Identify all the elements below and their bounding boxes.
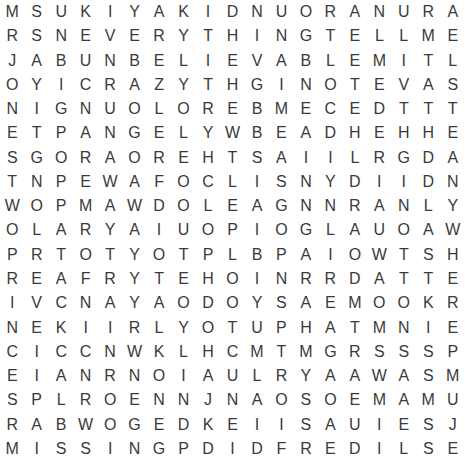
grid-cell[interactable]: T bbox=[220, 315, 244, 339]
grid-cell[interactable]: D bbox=[196, 291, 220, 315]
grid-cell[interactable]: Y bbox=[171, 24, 195, 48]
grid-cell[interactable]: A bbox=[294, 121, 318, 145]
grid-cell[interactable]: I bbox=[245, 24, 269, 48]
grid-cell[interactable]: A bbox=[343, 218, 367, 242]
grid-cell[interactable]: O bbox=[147, 364, 171, 388]
grid-cell[interactable]: A bbox=[245, 194, 269, 218]
grid-cell[interactable]: G bbox=[294, 218, 318, 242]
grid-cell[interactable]: G bbox=[122, 412, 146, 436]
grid-cell[interactable]: O bbox=[122, 97, 146, 121]
grid-cell[interactable]: N bbox=[0, 315, 24, 339]
grid-cell[interactable]: C bbox=[220, 340, 244, 364]
grid-cell[interactable]: A bbox=[416, 73, 440, 97]
grid-cell[interactable]: U bbox=[98, 97, 122, 121]
grid-cell[interactable]: N bbox=[220, 388, 244, 412]
grid-cell[interactable]: W bbox=[367, 243, 391, 267]
grid-cell[interactable]: A bbox=[367, 267, 391, 291]
grid-cell[interactable]: O bbox=[171, 97, 195, 121]
grid-cell[interactable]: I bbox=[269, 412, 293, 436]
grid-cell[interactable]: D bbox=[147, 194, 171, 218]
grid-cell[interactable]: D bbox=[416, 146, 440, 170]
grid-cell[interactable]: E bbox=[24, 315, 48, 339]
grid-cell[interactable]: S bbox=[73, 437, 97, 461]
grid-cell[interactable]: I bbox=[245, 170, 269, 194]
grid-cell[interactable]: B bbox=[245, 121, 269, 145]
grid-cell[interactable]: E bbox=[24, 267, 48, 291]
grid-cell[interactable]: L bbox=[171, 121, 195, 145]
grid-cell[interactable]: L bbox=[49, 388, 73, 412]
grid-cell[interactable]: E bbox=[220, 412, 244, 436]
grid-cell[interactable]: D bbox=[343, 170, 367, 194]
grid-cell[interactable]: S bbox=[245, 146, 269, 170]
grid-cell[interactable]: Y bbox=[122, 243, 146, 267]
grid-cell[interactable]: E bbox=[441, 24, 465, 48]
grid-cell[interactable]: P bbox=[196, 243, 220, 267]
grid-cell[interactable]: R bbox=[0, 267, 24, 291]
grid-cell[interactable]: N bbox=[98, 49, 122, 73]
grid-cell[interactable]: A bbox=[392, 388, 416, 412]
grid-cell[interactable]: K bbox=[73, 0, 97, 24]
grid-cell[interactable]: I bbox=[0, 291, 24, 315]
grid-cell[interactable]: T bbox=[416, 267, 440, 291]
grid-cell[interactable]: H bbox=[196, 340, 220, 364]
grid-cell[interactable]: B bbox=[245, 243, 269, 267]
grid-cell[interactable]: O bbox=[0, 218, 24, 242]
grid-cell[interactable]: I bbox=[98, 0, 122, 24]
grid-cell[interactable]: I bbox=[196, 0, 220, 24]
grid-cell[interactable]: N bbox=[294, 194, 318, 218]
grid-cell[interactable]: W bbox=[367, 364, 391, 388]
grid-cell[interactable]: N bbox=[441, 170, 465, 194]
grid-cell[interactable]: I bbox=[245, 412, 269, 436]
grid-cell[interactable]: Z bbox=[147, 73, 171, 97]
grid-cell[interactable]: R bbox=[269, 364, 293, 388]
grid-cell[interactable]: E bbox=[343, 388, 367, 412]
grid-cell[interactable]: N bbox=[245, 0, 269, 24]
grid-cell[interactable]: S bbox=[416, 437, 440, 461]
grid-cell[interactable]: T bbox=[0, 170, 24, 194]
grid-cell[interactable]: W bbox=[98, 170, 122, 194]
grid-cell[interactable]: E bbox=[367, 73, 391, 97]
grid-cell[interactable]: T bbox=[196, 73, 220, 97]
grid-cell[interactable]: N bbox=[73, 291, 97, 315]
grid-cell[interactable]: G bbox=[245, 73, 269, 97]
grid-cell[interactable]: R bbox=[367, 146, 391, 170]
grid-cell[interactable]: L bbox=[245, 364, 269, 388]
grid-cell[interactable]: B bbox=[245, 97, 269, 121]
grid-cell[interactable]: I bbox=[245, 218, 269, 242]
grid-cell[interactable]: L bbox=[24, 218, 48, 242]
grid-cell[interactable]: G bbox=[24, 146, 48, 170]
grid-cell[interactable]: T bbox=[343, 315, 367, 339]
grid-cell[interactable]: E bbox=[171, 267, 195, 291]
grid-cell[interactable]: N bbox=[49, 24, 73, 48]
grid-cell[interactable]: E bbox=[147, 49, 171, 73]
grid-cell[interactable]: Y bbox=[171, 73, 195, 97]
grid-cell[interactable]: W bbox=[122, 340, 146, 364]
grid-cell[interactable]: I bbox=[392, 170, 416, 194]
grid-cell[interactable]: H bbox=[220, 73, 244, 97]
grid-cell[interactable]: E bbox=[318, 291, 342, 315]
grid-cell[interactable]: N bbox=[73, 364, 97, 388]
grid-cell[interactable]: E bbox=[343, 97, 367, 121]
grid-cell[interactable]: R bbox=[98, 364, 122, 388]
grid-cell[interactable]: N bbox=[24, 170, 48, 194]
grid-cell[interactable]: O bbox=[49, 146, 73, 170]
grid-cell[interactable]: E bbox=[220, 97, 244, 121]
grid-cell[interactable]: Y bbox=[318, 170, 342, 194]
grid-cell[interactable]: T bbox=[220, 146, 244, 170]
grid-cell[interactable]: A bbox=[24, 412, 48, 436]
grid-cell[interactable]: I bbox=[171, 364, 195, 388]
grid-cell[interactable]: U bbox=[245, 315, 269, 339]
grid-cell[interactable]: V bbox=[392, 73, 416, 97]
grid-cell[interactable]: L bbox=[147, 97, 171, 121]
grid-cell[interactable]: T bbox=[392, 243, 416, 267]
grid-cell[interactable]: A bbox=[294, 243, 318, 267]
grid-cell[interactable]: C bbox=[49, 340, 73, 364]
grid-cell[interactable]: P bbox=[24, 388, 48, 412]
grid-cell[interactable]: O bbox=[318, 388, 342, 412]
grid-cell[interactable]: R bbox=[24, 243, 48, 267]
grid-cell[interactable]: R bbox=[318, 0, 342, 24]
grid-cell[interactable]: G bbox=[269, 194, 293, 218]
grid-cell[interactable]: O bbox=[196, 218, 220, 242]
grid-cell[interactable]: J bbox=[0, 49, 24, 73]
grid-cell[interactable]: L bbox=[392, 437, 416, 461]
grid-cell[interactable]: A bbox=[98, 146, 122, 170]
grid-cell[interactable]: G bbox=[49, 97, 73, 121]
grid-cell[interactable]: E bbox=[73, 24, 97, 48]
grid-cell[interactable]: E bbox=[318, 437, 342, 461]
grid-cell[interactable]: R bbox=[147, 24, 171, 48]
grid-cell[interactable]: E bbox=[220, 194, 244, 218]
grid-cell[interactable]: M bbox=[441, 364, 465, 388]
grid-cell[interactable]: D bbox=[343, 437, 367, 461]
grid-cell[interactable]: O bbox=[220, 291, 244, 315]
grid-cell[interactable]: W bbox=[0, 194, 24, 218]
grid-cell[interactable]: E bbox=[343, 24, 367, 48]
grid-cell[interactable]: P bbox=[220, 218, 244, 242]
grid-cell[interactable]: P bbox=[49, 194, 73, 218]
grid-cell[interactable]: R bbox=[73, 146, 97, 170]
grid-cell[interactable]: A bbox=[122, 170, 146, 194]
grid-cell[interactable]: R bbox=[73, 388, 97, 412]
grid-cell[interactable]: Y bbox=[441, 194, 465, 218]
grid-cell[interactable]: K bbox=[171, 0, 195, 24]
grid-cell[interactable]: N bbox=[122, 364, 146, 388]
grid-cell[interactable]: N bbox=[269, 24, 293, 48]
grid-cell[interactable]: R bbox=[343, 340, 367, 364]
grid-cell[interactable]: M bbox=[73, 194, 97, 218]
grid-cell[interactable]: B bbox=[294, 49, 318, 73]
grid-cell[interactable]: K bbox=[416, 291, 440, 315]
grid-cell[interactable]: E bbox=[441, 437, 465, 461]
grid-cell[interactable]: U bbox=[73, 49, 97, 73]
grid-cell[interactable]: I bbox=[318, 243, 342, 267]
grid-cell[interactable]: A bbox=[318, 315, 342, 339]
grid-cell[interactable]: O bbox=[343, 243, 367, 267]
grid-cell[interactable]: S bbox=[0, 388, 24, 412]
grid-cell[interactable]: F bbox=[269, 437, 293, 461]
grid-cell[interactable]: E bbox=[171, 146, 195, 170]
grid-cell[interactable]: D bbox=[367, 97, 391, 121]
grid-cell[interactable]: A bbox=[122, 73, 146, 97]
grid-cell[interactable]: Y bbox=[171, 315, 195, 339]
grid-cell[interactable]: V bbox=[98, 24, 122, 48]
grid-cell[interactable]: O bbox=[122, 146, 146, 170]
grid-cell[interactable]: K bbox=[147, 340, 171, 364]
grid-cell[interactable]: S bbox=[416, 243, 440, 267]
grid-cell[interactable]: S bbox=[416, 340, 440, 364]
grid-cell[interactable]: N bbox=[269, 267, 293, 291]
grid-cell[interactable]: D bbox=[343, 267, 367, 291]
grid-cell[interactable]: H bbox=[294, 315, 318, 339]
grid-cell[interactable]: E bbox=[147, 412, 171, 436]
grid-cell[interactable]: M bbox=[367, 49, 391, 73]
grid-cell[interactable]: R bbox=[343, 194, 367, 218]
grid-cell[interactable]: C bbox=[318, 97, 342, 121]
grid-cell[interactable]: M bbox=[367, 388, 391, 412]
grid-cell[interactable]: H bbox=[441, 243, 465, 267]
grid-cell[interactable]: S bbox=[441, 73, 465, 97]
grid-cell[interactable]: A bbox=[98, 194, 122, 218]
grid-cell[interactable]: S bbox=[294, 388, 318, 412]
grid-cell[interactable]: T bbox=[24, 121, 48, 145]
grid-cell[interactable]: O bbox=[147, 243, 171, 267]
grid-cell[interactable]: I bbox=[147, 218, 171, 242]
grid-cell[interactable]: U bbox=[220, 364, 244, 388]
grid-cell[interactable]: L bbox=[196, 194, 220, 218]
grid-cell[interactable]: M bbox=[416, 388, 440, 412]
grid-cell[interactable]: N bbox=[367, 0, 391, 24]
grid-cell[interactable]: N bbox=[318, 194, 342, 218]
grid-cell[interactable]: L bbox=[171, 340, 195, 364]
grid-cell[interactable]: I bbox=[367, 412, 391, 436]
grid-cell[interactable]: D bbox=[318, 121, 342, 145]
grid-cell[interactable]: A bbox=[196, 364, 220, 388]
grid-cell[interactable]: I bbox=[220, 437, 244, 461]
grid-cell[interactable]: Y bbox=[245, 291, 269, 315]
grid-cell[interactable]: U bbox=[171, 218, 195, 242]
grid-cell[interactable]: I bbox=[73, 315, 97, 339]
grid-cell[interactable]: O bbox=[98, 388, 122, 412]
grid-cell[interactable]: A bbox=[392, 364, 416, 388]
grid-cell[interactable]: O bbox=[98, 412, 122, 436]
grid-cell[interactable]: T bbox=[147, 267, 171, 291]
grid-cell[interactable]: I bbox=[245, 267, 269, 291]
grid-cell[interactable]: T bbox=[171, 243, 195, 267]
grid-cell[interactable]: I bbox=[269, 73, 293, 97]
grid-cell[interactable]: S bbox=[392, 340, 416, 364]
grid-cell[interactable]: O bbox=[171, 170, 195, 194]
grid-cell[interactable]: I bbox=[98, 437, 122, 461]
grid-cell[interactable]: C bbox=[0, 340, 24, 364]
grid-cell[interactable]: C bbox=[196, 170, 220, 194]
grid-cell[interactable]: T bbox=[196, 24, 220, 48]
grid-cell[interactable]: A bbox=[318, 412, 342, 436]
grid-cell[interactable]: O bbox=[0, 73, 24, 97]
grid-cell[interactable]: I bbox=[367, 170, 391, 194]
grid-cell[interactable]: I bbox=[24, 364, 48, 388]
grid-cell[interactable]: N bbox=[147, 388, 171, 412]
grid-cell[interactable]: R bbox=[441, 291, 465, 315]
grid-cell[interactable]: O bbox=[220, 267, 244, 291]
grid-cell[interactable]: E bbox=[0, 364, 24, 388]
grid-cell[interactable]: I bbox=[24, 437, 48, 461]
grid-cell[interactable]: O bbox=[196, 315, 220, 339]
grid-cell[interactable]: R bbox=[416, 0, 440, 24]
grid-cell[interactable]: W bbox=[122, 194, 146, 218]
grid-cell[interactable]: L bbox=[171, 49, 195, 73]
grid-cell[interactable]: A bbox=[245, 388, 269, 412]
grid-cell[interactable]: A bbox=[367, 194, 391, 218]
grid-cell[interactable]: O bbox=[318, 73, 342, 97]
grid-cell[interactable]: A bbox=[416, 218, 440, 242]
grid-cell[interactable]: T bbox=[416, 49, 440, 73]
grid-cell[interactable]: B bbox=[49, 49, 73, 73]
grid-cell[interactable]: G bbox=[294, 24, 318, 48]
grid-cell[interactable]: A bbox=[441, 0, 465, 24]
grid-cell[interactable]: O bbox=[367, 291, 391, 315]
grid-cell[interactable]: A bbox=[49, 267, 73, 291]
grid-cell[interactable]: I bbox=[24, 97, 48, 121]
grid-cell[interactable]: A bbox=[98, 291, 122, 315]
grid-cell[interactable]: Y bbox=[196, 121, 220, 145]
grid-cell[interactable]: L bbox=[220, 170, 244, 194]
grid-cell[interactable]: O bbox=[171, 291, 195, 315]
grid-cell[interactable]: Y bbox=[98, 218, 122, 242]
grid-cell[interactable]: E bbox=[73, 170, 97, 194]
grid-cell[interactable]: N bbox=[73, 97, 97, 121]
grid-cell[interactable]: B bbox=[122, 49, 146, 73]
grid-cell[interactable]: O bbox=[269, 388, 293, 412]
grid-cell[interactable]: J bbox=[196, 388, 220, 412]
grid-cell[interactable]: D bbox=[196, 437, 220, 461]
grid-cell[interactable]: O bbox=[171, 194, 195, 218]
grid-cell[interactable]: R bbox=[196, 97, 220, 121]
grid-cell[interactable]: A bbox=[49, 218, 73, 242]
grid-cell[interactable]: F bbox=[147, 170, 171, 194]
grid-cell[interactable]: M bbox=[367, 315, 391, 339]
grid-cell[interactable]: G bbox=[122, 121, 146, 145]
grid-cell[interactable]: N bbox=[171, 388, 195, 412]
grid-cell[interactable]: A bbox=[269, 49, 293, 73]
grid-cell[interactable]: A bbox=[73, 121, 97, 145]
grid-cell[interactable]: H bbox=[416, 121, 440, 145]
grid-cell[interactable]: L bbox=[343, 146, 367, 170]
grid-cell[interactable]: T bbox=[318, 24, 342, 48]
grid-cell[interactable]: T bbox=[343, 73, 367, 97]
grid-cell[interactable]: L bbox=[318, 218, 342, 242]
grid-cell[interactable]: S bbox=[294, 412, 318, 436]
grid-cell[interactable]: I bbox=[392, 49, 416, 73]
grid-cell[interactable]: L bbox=[367, 24, 391, 48]
grid-cell[interactable]: E bbox=[122, 388, 146, 412]
grid-cell[interactable]: A bbox=[294, 291, 318, 315]
grid-cell[interactable]: S bbox=[24, 24, 48, 48]
grid-cell[interactable]: W bbox=[220, 121, 244, 145]
grid-cell[interactable]: R bbox=[147, 146, 171, 170]
grid-cell[interactable]: U bbox=[392, 0, 416, 24]
grid-cell[interactable]: D bbox=[245, 437, 269, 461]
grid-cell[interactable]: E bbox=[441, 121, 465, 145]
grid-cell[interactable]: I bbox=[196, 49, 220, 73]
grid-cell[interactable]: N bbox=[294, 73, 318, 97]
grid-cell[interactable]: T bbox=[392, 267, 416, 291]
grid-cell[interactable]: P bbox=[269, 243, 293, 267]
grid-cell[interactable]: O bbox=[294, 0, 318, 24]
grid-cell[interactable]: M bbox=[343, 291, 367, 315]
grid-cell[interactable]: D bbox=[220, 0, 244, 24]
grid-cell[interactable]: A bbox=[24, 49, 48, 73]
grid-cell[interactable]: G bbox=[318, 340, 342, 364]
grid-cell[interactable]: U bbox=[269, 0, 293, 24]
grid-cell[interactable]: H bbox=[343, 121, 367, 145]
grid-cell[interactable]: A bbox=[343, 364, 367, 388]
grid-cell[interactable]: W bbox=[441, 218, 465, 242]
grid-cell[interactable]: C bbox=[73, 340, 97, 364]
grid-cell[interactable]: T bbox=[269, 340, 293, 364]
grid-cell[interactable]: A bbox=[49, 364, 73, 388]
grid-cell[interactable]: R bbox=[0, 412, 24, 436]
grid-cell[interactable]: R bbox=[73, 218, 97, 242]
grid-cell[interactable]: G bbox=[147, 437, 171, 461]
grid-cell[interactable]: E bbox=[122, 24, 146, 48]
grid-cell[interactable]: M bbox=[245, 340, 269, 364]
grid-cell[interactable]: P bbox=[269, 315, 293, 339]
grid-cell[interactable]: L bbox=[416, 194, 440, 218]
grid-cell[interactable]: I bbox=[24, 340, 48, 364]
grid-cell[interactable]: K bbox=[196, 412, 220, 436]
grid-cell[interactable]: M bbox=[294, 340, 318, 364]
grid-cell[interactable]: H bbox=[196, 146, 220, 170]
grid-cell[interactable]: E bbox=[441, 315, 465, 339]
grid-cell[interactable]: H bbox=[196, 267, 220, 291]
grid-cell[interactable]: D bbox=[416, 170, 440, 194]
grid-cell[interactable]: S bbox=[49, 437, 73, 461]
grid-cell[interactable]: S bbox=[269, 291, 293, 315]
grid-cell[interactable]: S bbox=[416, 364, 440, 388]
grid-cell[interactable]: N bbox=[98, 121, 122, 145]
grid-cell[interactable]: W bbox=[73, 412, 97, 436]
grid-cell[interactable]: R bbox=[294, 437, 318, 461]
grid-cell[interactable]: L bbox=[318, 49, 342, 73]
grid-cell[interactable]: E bbox=[0, 121, 24, 145]
grid-cell[interactable]: E bbox=[147, 121, 171, 145]
grid-cell[interactable]: S bbox=[24, 0, 48, 24]
grid-cell[interactable]: N bbox=[392, 315, 416, 339]
grid-cell[interactable]: P bbox=[49, 121, 73, 145]
grid-cell[interactable]: V bbox=[245, 49, 269, 73]
grid-cell[interactable]: I bbox=[318, 146, 342, 170]
grid-cell[interactable]: A bbox=[147, 291, 171, 315]
grid-cell[interactable]: L bbox=[392, 24, 416, 48]
grid-cell[interactable]: R bbox=[122, 315, 146, 339]
grid-cell[interactable]: L bbox=[441, 49, 465, 73]
grid-cell[interactable]: O bbox=[392, 291, 416, 315]
grid-cell[interactable]: M bbox=[416, 24, 440, 48]
grid-cell[interactable]: S bbox=[269, 170, 293, 194]
grid-cell[interactable]: U bbox=[367, 218, 391, 242]
grid-cell[interactable]: U bbox=[441, 388, 465, 412]
grid-cell[interactable]: B bbox=[49, 412, 73, 436]
grid-cell[interactable]: M bbox=[0, 0, 24, 24]
grid-cell[interactable]: I bbox=[98, 315, 122, 339]
grid-cell[interactable]: N bbox=[98, 340, 122, 364]
grid-cell[interactable]: E bbox=[220, 49, 244, 73]
grid-cell[interactable]: S bbox=[0, 146, 24, 170]
